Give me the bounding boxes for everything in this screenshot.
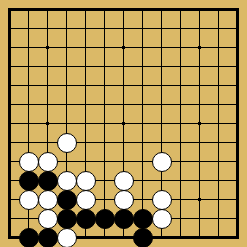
white-stone (152, 190, 172, 210)
intersection-7-6[interactable] (133, 114, 152, 133)
intersection-3-1[interactable] (57, 19, 76, 38)
intersection-2-8[interactable] (38, 152, 57, 171)
intersection-12-12[interactable] (228, 228, 247, 247)
intersection-1-10[interactable] (19, 190, 38, 209)
intersection-0-11[interactable] (0, 209, 19, 228)
intersection-2-4[interactable] (38, 76, 57, 95)
intersection-5-12[interactable] (95, 228, 114, 247)
intersection-8-11[interactable] (152, 209, 171, 228)
intersection-11-5[interactable] (209, 95, 228, 114)
intersection-11-4[interactable] (209, 76, 228, 95)
intersection-8-4[interactable] (152, 76, 171, 95)
intersection-7-5[interactable] (133, 95, 152, 114)
intersection-4-12[interactable] (76, 228, 95, 247)
intersection-7-10[interactable] (133, 190, 152, 209)
intersection-0-5[interactable] (0, 95, 19, 114)
intersection-3-8[interactable] (57, 152, 76, 171)
intersection-5-5[interactable] (95, 95, 114, 114)
intersection-1-6[interactable] (19, 114, 38, 133)
intersection-1-5[interactable] (19, 95, 38, 114)
intersection-8-0[interactable] (152, 0, 171, 19)
intersection-3-3[interactable] (57, 57, 76, 76)
black-stone (133, 228, 153, 247)
black-stone (57, 190, 77, 210)
intersection-0-3[interactable] (0, 57, 19, 76)
intersection-2-5[interactable] (38, 95, 57, 114)
intersection-12-3[interactable] (228, 57, 247, 76)
intersection-12-9[interactable] (228, 171, 247, 190)
intersection-2-7[interactable] (38, 133, 57, 152)
intersection-9-7[interactable] (171, 133, 190, 152)
intersection-3-7[interactable] (57, 133, 76, 152)
intersection-2-3[interactable] (38, 57, 57, 76)
intersection-0-9[interactable] (0, 171, 19, 190)
white-stone (76, 171, 96, 191)
intersection-10-1[interactable] (190, 19, 209, 38)
intersection-3-0[interactable] (57, 0, 76, 19)
intersection-7-12[interactable] (133, 228, 152, 247)
intersection-6-3[interactable] (114, 57, 133, 76)
intersection-5-8[interactable] (95, 152, 114, 171)
intersection-4-3[interactable] (76, 57, 95, 76)
intersection-10-12[interactable] (190, 228, 209, 247)
intersection-12-5[interactable] (228, 95, 247, 114)
intersection-7-2[interactable] (133, 38, 152, 57)
star-point (122, 46, 125, 49)
intersection-6-5[interactable] (114, 95, 133, 114)
intersection-4-7[interactable] (76, 133, 95, 152)
intersection-6-0[interactable] (114, 0, 133, 19)
intersection-9-11[interactable] (171, 209, 190, 228)
intersection-4-0[interactable] (76, 0, 95, 19)
intersection-10-7[interactable] (190, 133, 209, 152)
intersection-3-10[interactable] (57, 190, 76, 209)
intersection-11-11[interactable] (209, 209, 228, 228)
intersection-11-3[interactable] (209, 57, 228, 76)
intersection-2-2[interactable] (38, 38, 57, 57)
intersection-0-7[interactable] (0, 133, 19, 152)
intersection-6-2[interactable] (114, 38, 133, 57)
intersection-6-12[interactable] (114, 228, 133, 247)
intersection-6-7[interactable] (114, 133, 133, 152)
goban-grid (0, 0, 247, 247)
intersection-8-8[interactable] (152, 152, 171, 171)
intersection-6-6[interactable] (114, 114, 133, 133)
intersection-3-2[interactable] (57, 38, 76, 57)
intersection-2-10[interactable] (38, 190, 57, 209)
intersection-0-8[interactable] (0, 152, 19, 171)
intersection-4-11[interactable] (76, 209, 95, 228)
intersection-5-2[interactable] (95, 38, 114, 57)
intersection-9-8[interactable] (171, 152, 190, 171)
intersection-0-0[interactable] (0, 0, 19, 19)
intersection-1-8[interactable] (19, 152, 38, 171)
intersection-1-0[interactable] (19, 0, 38, 19)
intersection-9-3[interactable] (171, 57, 190, 76)
intersection-11-9[interactable] (209, 171, 228, 190)
intersection-3-4[interactable] (57, 76, 76, 95)
intersection-8-12[interactable] (152, 228, 171, 247)
intersection-10-3[interactable] (190, 57, 209, 76)
white-stone (152, 209, 172, 229)
star-point (198, 198, 201, 201)
star-point (46, 46, 49, 49)
intersection-11-2[interactable] (209, 38, 228, 57)
intersection-8-6[interactable] (152, 114, 171, 133)
intersection-3-11[interactable] (57, 209, 76, 228)
white-stone (38, 209, 58, 229)
intersection-1-7[interactable] (19, 133, 38, 152)
intersection-1-12[interactable] (19, 228, 38, 247)
intersection-5-11[interactable] (95, 209, 114, 228)
intersection-6-1[interactable] (114, 19, 133, 38)
intersection-11-1[interactable] (209, 19, 228, 38)
intersection-7-7[interactable] (133, 133, 152, 152)
intersection-8-1[interactable] (152, 19, 171, 38)
intersection-4-10[interactable] (76, 190, 95, 209)
intersection-8-3[interactable] (152, 57, 171, 76)
intersection-2-1[interactable] (38, 19, 57, 38)
intersection-1-3[interactable] (19, 57, 38, 76)
intersection-5-6[interactable] (95, 114, 114, 133)
intersection-0-4[interactable] (0, 76, 19, 95)
intersection-5-0[interactable] (95, 0, 114, 19)
intersection-7-3[interactable] (133, 57, 152, 76)
white-stone (19, 190, 39, 210)
intersection-7-11[interactable] (133, 209, 152, 228)
intersection-10-9[interactable] (190, 171, 209, 190)
star-point (46, 122, 49, 125)
star-point (198, 122, 201, 125)
intersection-12-4[interactable] (228, 76, 247, 95)
intersection-2-11[interactable] (38, 209, 57, 228)
intersection-1-11[interactable] (19, 209, 38, 228)
intersection-9-5[interactable] (171, 95, 190, 114)
intersection-5-3[interactable] (95, 57, 114, 76)
black-stone (133, 209, 153, 229)
intersection-10-4[interactable] (190, 76, 209, 95)
intersection-8-10[interactable] (152, 190, 171, 209)
intersection-6-11[interactable] (114, 209, 133, 228)
black-stone (38, 171, 58, 191)
intersection-12-0[interactable] (228, 0, 247, 19)
intersection-6-8[interactable] (114, 152, 133, 171)
white-stone (57, 171, 77, 191)
intersection-11-10[interactable] (209, 190, 228, 209)
intersection-7-4[interactable] (133, 76, 152, 95)
white-stone (38, 190, 58, 210)
intersection-7-0[interactable] (133, 0, 152, 19)
intersection-12-1[interactable] (228, 19, 247, 38)
intersection-3-12[interactable] (57, 228, 76, 247)
intersection-10-5[interactable] (190, 95, 209, 114)
intersection-1-9[interactable] (19, 171, 38, 190)
intersection-11-12[interactable] (209, 228, 228, 247)
intersection-5-4[interactable] (95, 76, 114, 95)
black-stone (19, 171, 39, 191)
intersection-4-2[interactable] (76, 38, 95, 57)
intersection-12-11[interactable] (228, 209, 247, 228)
intersection-9-6[interactable] (171, 114, 190, 133)
intersection-4-1[interactable] (76, 19, 95, 38)
intersection-0-2[interactable] (0, 38, 19, 57)
white-stone (114, 171, 134, 191)
intersection-3-5[interactable] (57, 95, 76, 114)
intersection-4-4[interactable] (76, 76, 95, 95)
intersection-7-1[interactable] (133, 19, 152, 38)
white-stone (57, 228, 77, 247)
intersection-10-11[interactable] (190, 209, 209, 228)
intersection-2-9[interactable] (38, 171, 57, 190)
intersection-6-10[interactable] (114, 190, 133, 209)
intersection-9-2[interactable] (171, 38, 190, 57)
intersection-4-5[interactable] (76, 95, 95, 114)
intersection-2-12[interactable] (38, 228, 57, 247)
intersection-9-12[interactable] (171, 228, 190, 247)
black-stone (95, 209, 115, 229)
white-stone (114, 190, 134, 210)
intersection-5-9[interactable] (95, 171, 114, 190)
intersection-12-7[interactable] (228, 133, 247, 152)
intersection-12-6[interactable] (228, 114, 247, 133)
intersection-10-6[interactable] (190, 114, 209, 133)
intersection-2-6[interactable] (38, 114, 57, 133)
intersection-4-9[interactable] (76, 171, 95, 190)
intersection-6-9[interactable] (114, 171, 133, 190)
intersection-0-12[interactable] (0, 228, 19, 247)
intersection-11-8[interactable] (209, 152, 228, 171)
white-stone (152, 152, 172, 172)
intersection-12-8[interactable] (228, 152, 247, 171)
intersection-0-6[interactable] (0, 114, 19, 133)
intersection-5-7[interactable] (95, 133, 114, 152)
intersection-8-2[interactable] (152, 38, 171, 57)
intersection-7-9[interactable] (133, 171, 152, 190)
intersection-7-8[interactable] (133, 152, 152, 171)
intersection-1-4[interactable] (19, 76, 38, 95)
intersection-1-2[interactable] (19, 38, 38, 57)
black-stone (114, 209, 134, 229)
white-stone (57, 133, 77, 153)
black-stone (19, 228, 39, 247)
black-stone (57, 209, 77, 229)
intersection-11-6[interactable] (209, 114, 228, 133)
intersection-8-9[interactable] (152, 171, 171, 190)
intersection-3-9[interactable] (57, 171, 76, 190)
intersection-4-6[interactable] (76, 114, 95, 133)
intersection-5-10[interactable] (95, 190, 114, 209)
black-stone (76, 209, 96, 229)
intersection-8-7[interactable] (152, 133, 171, 152)
star-point (122, 122, 125, 125)
black-stone (38, 228, 58, 247)
intersection-10-2[interactable] (190, 38, 209, 57)
star-point (198, 46, 201, 49)
intersection-0-10[interactable] (0, 190, 19, 209)
intersection-3-6[interactable] (57, 114, 76, 133)
intersection-11-0[interactable] (209, 0, 228, 19)
intersection-10-0[interactable] (190, 0, 209, 19)
intersection-1-1[interactable] (19, 19, 38, 38)
intersection-11-7[interactable] (209, 133, 228, 152)
intersection-6-4[interactable] (114, 76, 133, 95)
intersection-12-2[interactable] (228, 38, 247, 57)
intersection-9-4[interactable] (171, 76, 190, 95)
intersection-5-1[interactable] (95, 19, 114, 38)
white-stone (38, 152, 58, 172)
intersection-9-9[interactable] (171, 171, 190, 190)
white-stone (19, 152, 39, 172)
go-board-diagram (0, 0, 247, 247)
intersection-10-8[interactable] (190, 152, 209, 171)
white-stone (76, 190, 96, 210)
intersection-9-10[interactable] (171, 190, 190, 209)
intersection-0-1[interactable] (0, 19, 19, 38)
intersection-8-5[interactable] (152, 95, 171, 114)
intersection-2-0[interactable] (38, 0, 57, 19)
intersection-10-10[interactable] (190, 190, 209, 209)
intersection-9-1[interactable] (171, 19, 190, 38)
intersection-9-0[interactable] (171, 0, 190, 19)
intersection-12-10[interactable] (228, 190, 247, 209)
intersection-4-8[interactable] (76, 152, 95, 171)
